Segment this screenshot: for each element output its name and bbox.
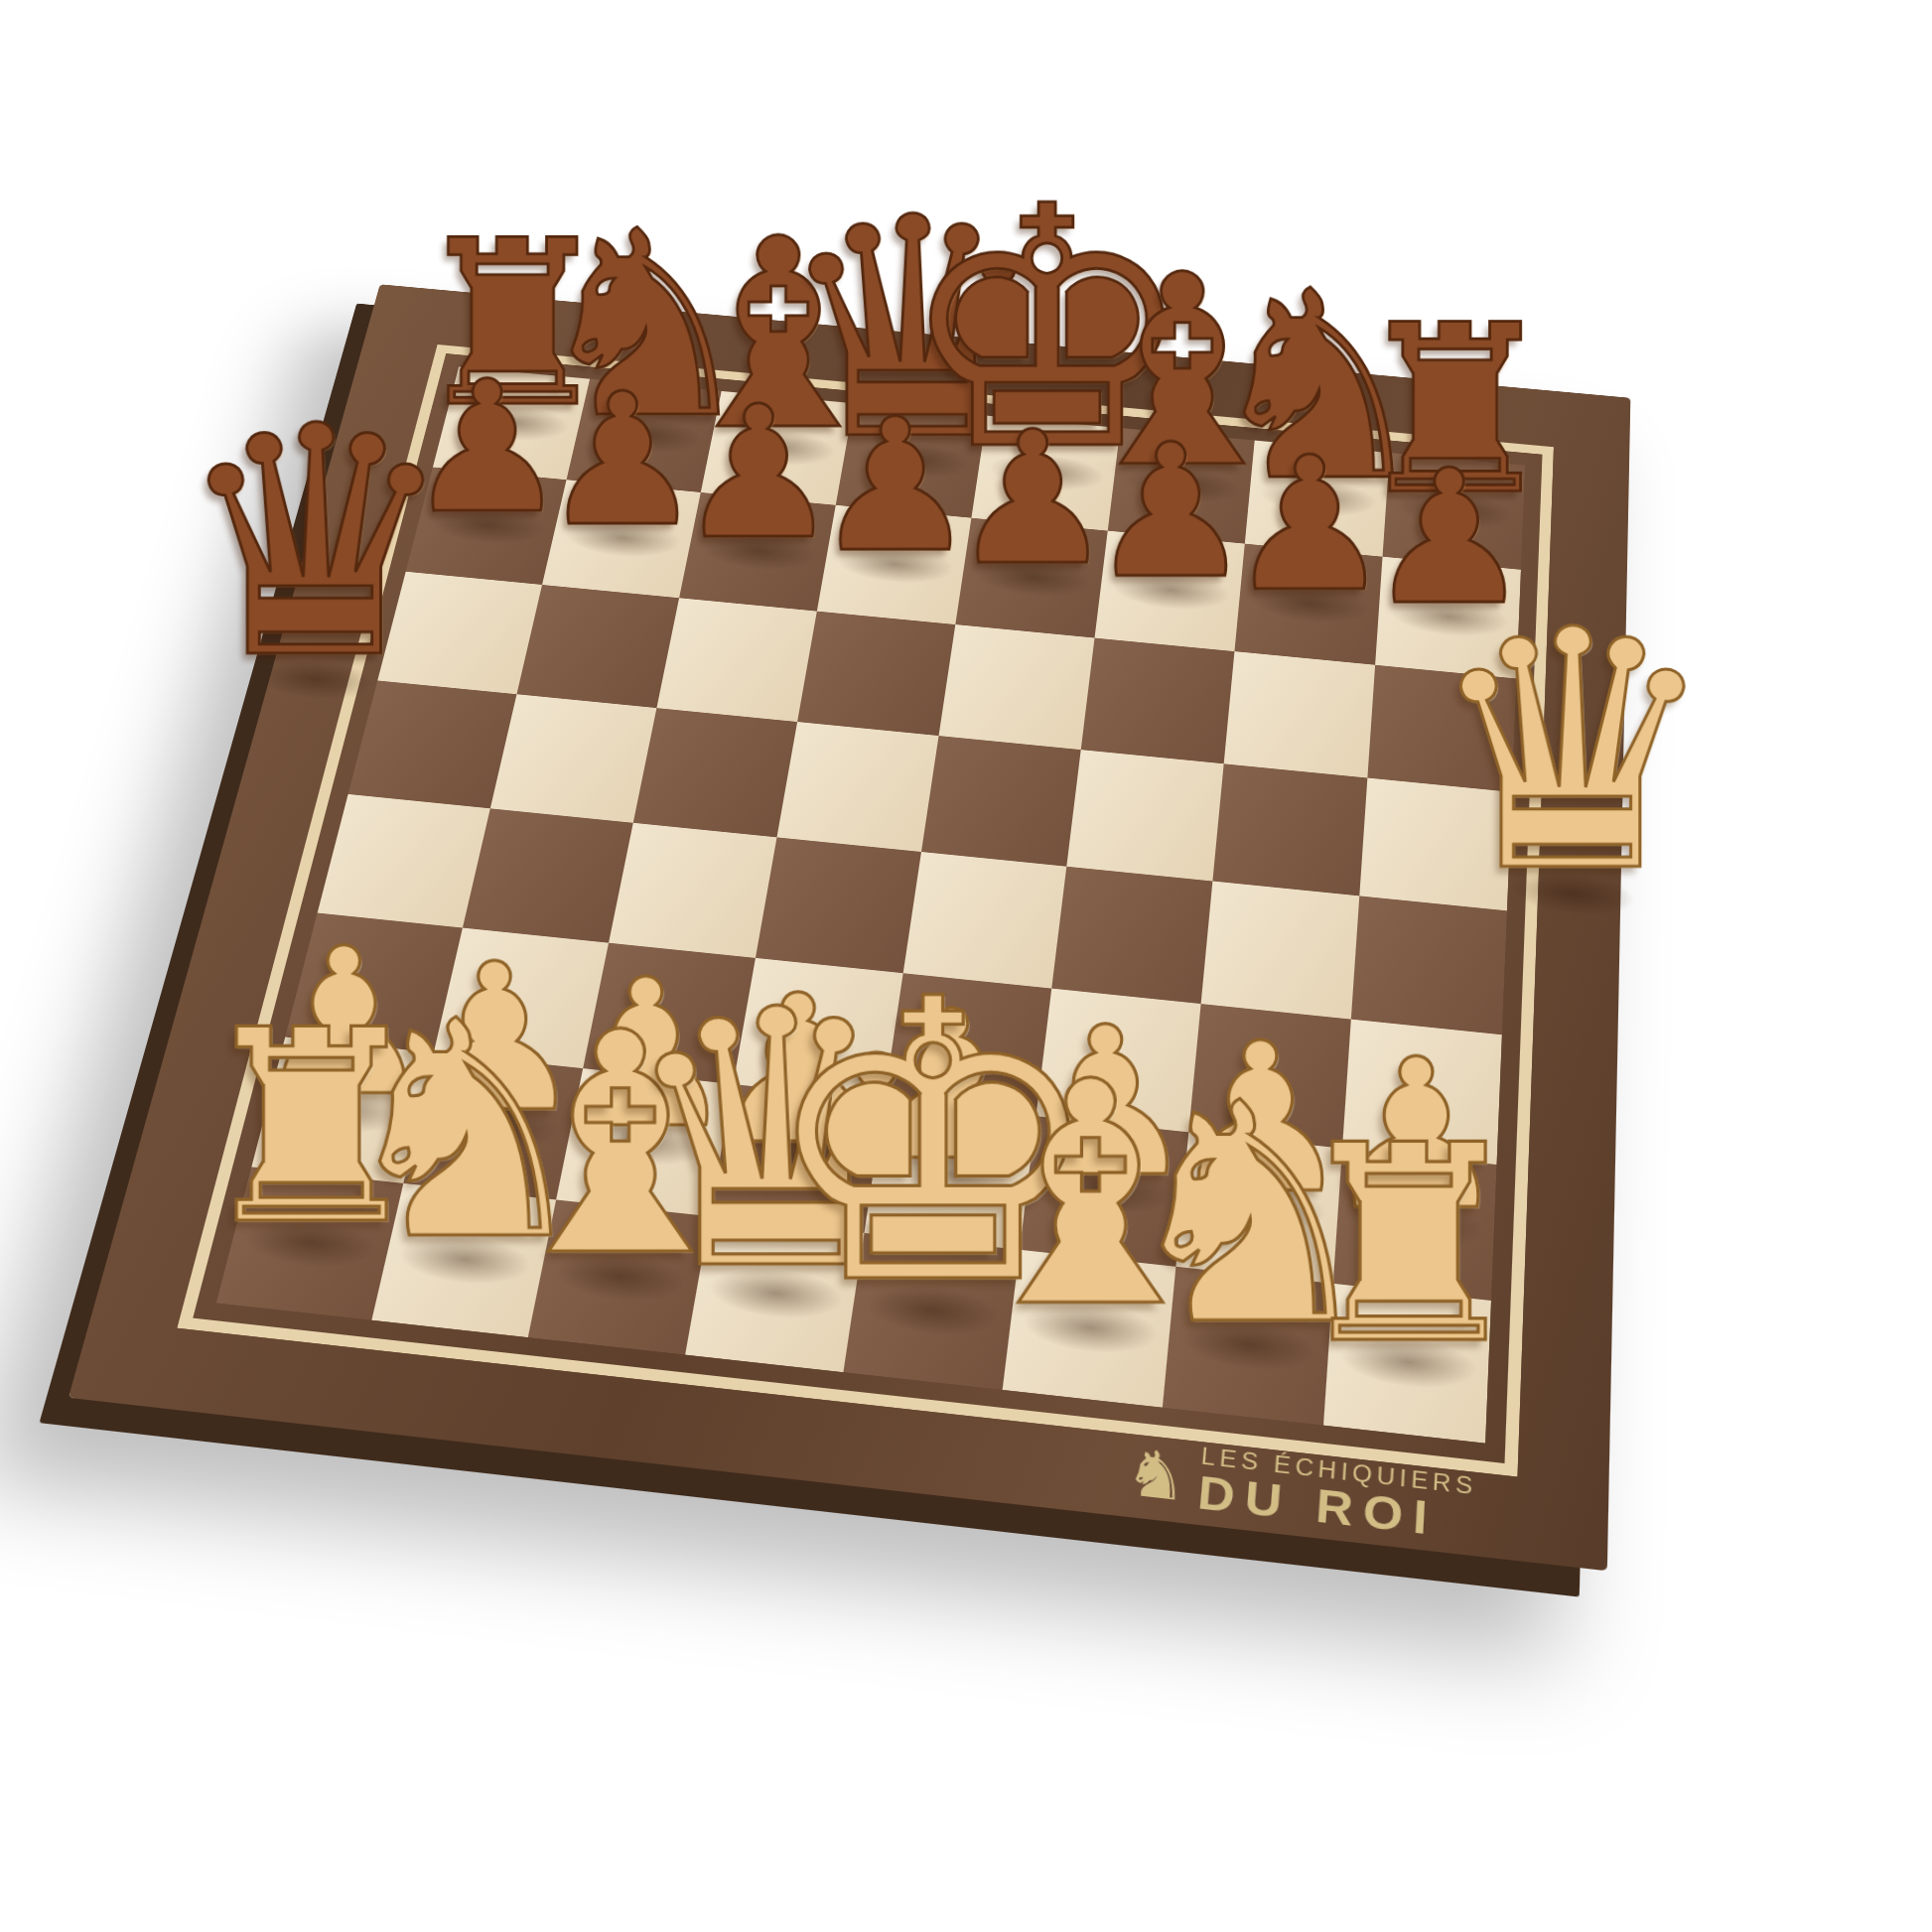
white-queen-glyph: ♛ <box>1425 587 1721 917</box>
board-frame: ♜♞♝♛♚♝♞♜♟♟♟♟♟♟♟♟♟♟♟♟♟♟♟♟♜♞♝♛♚♝♞♜♛♛ ♞ LES… <box>69 284 1630 1571</box>
pieces-layer: ♜♞♝♛♚♝♞♜♟♟♟♟♟♟♟♟♟♟♟♟♟♟♟♟♜♞♝♛♚♝♞♜♛♛ <box>69 284 1630 1571</box>
black-queen-glyph: ♛ <box>173 385 457 702</box>
white-rook-glyph: ♜ <box>1287 1110 1530 1382</box>
product-photo: ♜♞♝♛♚♝♞♜♟♟♟♟♟♟♟♟♟♟♟♟♟♟♟♟♜♞♝♛♚♝♞♜♛♛ ♞ LES… <box>0 0 1932 1932</box>
chess-board: ♜♞♝♛♚♝♞♜♟♟♟♟♟♟♟♟♟♟♟♟♟♟♟♟♜♞♝♛♚♝♞♜♛♛ ♞ LES… <box>69 284 1630 1571</box>
